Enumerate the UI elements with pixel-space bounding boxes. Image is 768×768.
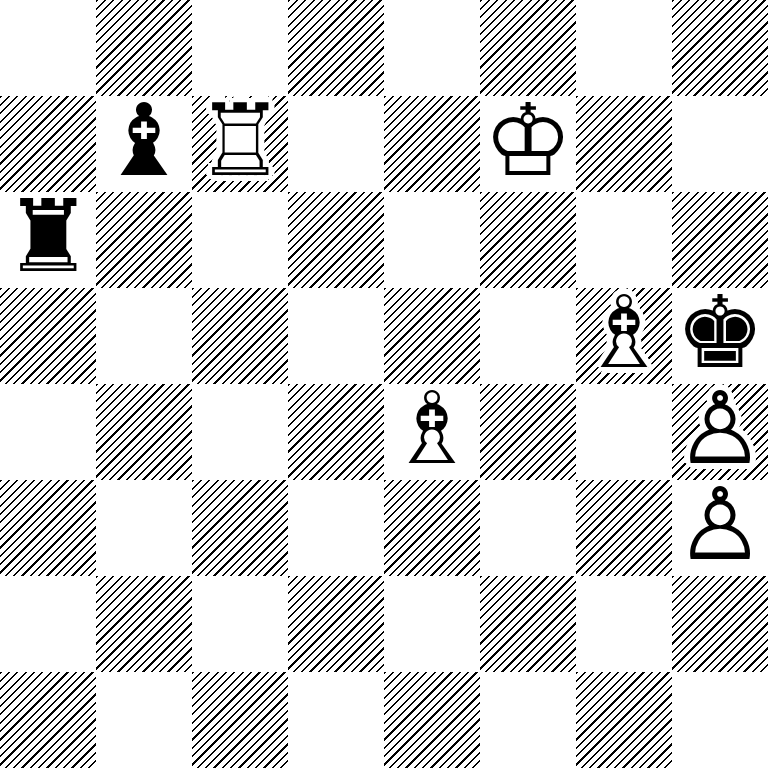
square-f5[interactable] [480,288,576,384]
square-b1[interactable] [96,672,192,768]
piece-outline-layer: ♖ [195,91,285,191]
square-e7[interactable] [384,96,480,192]
piece-fill-layer: ♜ [3,187,93,287]
piece-outline-layer: ♔ [483,91,573,191]
square-a5[interactable] [0,288,96,384]
square-d3[interactable] [288,480,384,576]
square-f6[interactable] [480,192,576,288]
square-d4[interactable] [288,384,384,480]
square-f3[interactable] [480,480,576,576]
square-d7[interactable] [288,96,384,192]
square-b7[interactable]: ♝ [96,96,192,192]
square-c5[interactable] [192,288,288,384]
square-e3[interactable] [384,480,480,576]
square-a3[interactable] [0,480,96,576]
square-h1[interactable] [672,672,768,768]
square-b4[interactable] [96,384,192,480]
piece-outline-layer: ♗ [579,283,669,383]
square-c1[interactable] [192,672,288,768]
square-c4[interactable] [192,384,288,480]
square-a1[interactable] [0,672,96,768]
square-g2[interactable] [576,576,672,672]
square-f2[interactable] [480,576,576,672]
piece-fill-layer: ♚ [675,283,765,383]
piece-fill-layer: ♝ [99,91,189,191]
square-c3[interactable] [192,480,288,576]
piece-outline-layer: ♙ [675,475,765,575]
square-g4[interactable] [576,384,672,480]
square-b6[interactable] [96,192,192,288]
square-c6[interactable] [192,192,288,288]
square-g7[interactable] [576,96,672,192]
square-g8[interactable] [576,0,672,96]
square-c2[interactable] [192,576,288,672]
square-h8[interactable] [672,0,768,96]
square-e2[interactable] [384,576,480,672]
piece-outline-layer: ♗ [387,379,477,479]
square-g5[interactable]: ♝♗ [576,288,672,384]
white-bishop-g5[interactable]: ♝♗ [576,288,672,384]
black-rook-a6[interactable]: ♜ [0,192,96,288]
square-f1[interactable] [480,672,576,768]
square-a8[interactable] [0,0,96,96]
square-h3[interactable]: ♟♙ [672,480,768,576]
white-pawn-h3[interactable]: ♟♙ [672,480,768,576]
square-g1[interactable] [576,672,672,768]
white-rook-c7[interactable]: ♜♖ [192,96,288,192]
square-d2[interactable] [288,576,384,672]
square-e8[interactable] [384,0,480,96]
square-b3[interactable] [96,480,192,576]
square-a2[interactable] [0,576,96,672]
square-d5[interactable] [288,288,384,384]
chess-board: ♝♜♖♚♔♜♝♗♚♝♗♟♙♟♙ [0,0,768,768]
square-c7[interactable]: ♜♖ [192,96,288,192]
square-b5[interactable] [96,288,192,384]
square-a4[interactable] [0,384,96,480]
square-h2[interactable] [672,576,768,672]
square-b2[interactable] [96,576,192,672]
square-g3[interactable] [576,480,672,576]
piece-outline-layer: ♙ [675,379,765,479]
square-f4[interactable] [480,384,576,480]
square-f7[interactable]: ♚♔ [480,96,576,192]
square-h7[interactable] [672,96,768,192]
square-d1[interactable] [288,672,384,768]
square-a6[interactable]: ♜ [0,192,96,288]
square-e4[interactable]: ♝♗ [384,384,480,480]
square-d8[interactable] [288,0,384,96]
white-king-f7[interactable]: ♚♔ [480,96,576,192]
white-bishop-e4[interactable]: ♝♗ [384,384,480,480]
square-e1[interactable] [384,672,480,768]
square-e6[interactable] [384,192,480,288]
square-d6[interactable] [288,192,384,288]
black-bishop-b7[interactable]: ♝ [96,96,192,192]
